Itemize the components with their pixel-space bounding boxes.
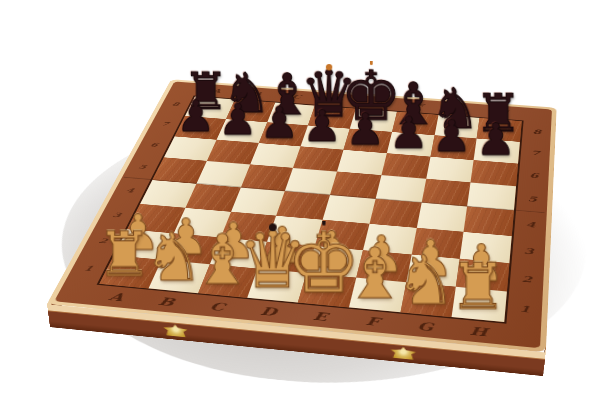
board-frame: ABCDEFGH 87654321 87654321 ABCDEFGH ♜♞♝♛… — [54, 82, 552, 349]
black-pawn[interactable]: ♟ — [218, 98, 257, 141]
file-label-a: A — [87, 285, 146, 309]
black-pawn[interactable]: ♟ — [303, 104, 342, 147]
brass-clasp-left — [163, 323, 188, 337]
file-label-e: E — [291, 304, 349, 329]
file-label-h: H — [451, 318, 507, 344]
board-top-surface: ABCDEFGH 87654321 87654321 ABCDEFGH ♜♞♝♛… — [47, 79, 557, 352]
square-f6[interactable] — [381, 153, 430, 179]
rank-label-right-7: 7 — [520, 141, 550, 165]
square-f7[interactable]: ♟ — [387, 132, 435, 157]
square-g4[interactable] — [416, 203, 467, 232]
white-knight[interactable]: ♞ — [395, 246, 456, 314]
black-pawn[interactable]: ♟ — [346, 107, 385, 151]
square-g7[interactable]: ♟ — [430, 135, 477, 160]
black-pawn[interactable]: ♟ — [260, 101, 299, 144]
square-h7[interactable]: ♟ — [474, 138, 520, 163]
white-rook[interactable]: ♜ — [449, 255, 506, 319]
square-h4[interactable] — [464, 207, 514, 236]
file-label-f: F — [344, 309, 401, 335]
brass-clasp-right — [390, 346, 416, 360]
chess-board-3d: ABCDEFGH 87654321 87654321 ABCDEFGH ♜♞♝♛… — [47, 79, 557, 352]
rank-label-right-2: 2 — [509, 264, 544, 296]
black-pawn[interactable]: ♟ — [389, 110, 428, 154]
file-label-b: B — [137, 289, 196, 314]
square-f4[interactable] — [369, 199, 421, 228]
square-h1[interactable]: ♜ — [452, 287, 507, 322]
square-g1[interactable]: ♞ — [400, 282, 456, 317]
black-pawn[interactable]: ♟ — [177, 94, 216, 137]
chess-set-photo-scene: ABCDEFGH 87654321 87654321 ABCDEFGH ♜♞♝♛… — [0, 0, 600, 400]
rank-label-right-1: 1 — [506, 293, 542, 327]
rank-label-right-3: 3 — [511, 236, 545, 266]
file-label-g: G — [397, 313, 453, 339]
black-pawn[interactable]: ♟ — [476, 117, 516, 161]
rank-label-right-8: 8 — [522, 120, 551, 143]
rank-label-right-4: 4 — [514, 210, 547, 239]
rank-label-right-6: 6 — [518, 163, 549, 189]
square-e7[interactable]: ♟ — [344, 129, 392, 153]
rank-label-right-5: 5 — [516, 186, 548, 213]
black-pawn[interactable]: ♟ — [432, 114, 471, 158]
square-e6[interactable] — [337, 150, 387, 176]
